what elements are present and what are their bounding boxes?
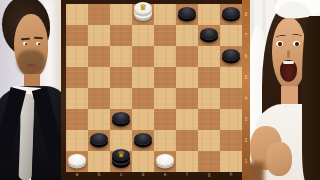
- black-man[interactable]: [200, 28, 218, 40]
- board-square[interactable]: [176, 25, 198, 46]
- bride-photo: [250, 0, 320, 180]
- table-edge-blur: [250, 162, 264, 180]
- rank-label: 4: [242, 88, 250, 109]
- board-square[interactable]: [132, 88, 154, 109]
- rank-label: 5: [242, 67, 250, 88]
- bride-hair-front: [302, 16, 320, 180]
- board-square[interactable]: [198, 151, 220, 172]
- board-square[interactable]: [220, 151, 242, 172]
- file-label: h: [220, 171, 242, 180]
- board-square[interactable]: [66, 4, 88, 25]
- white-king[interactable]: ♛: [134, 2, 152, 14]
- board-square[interactable]: [66, 109, 88, 130]
- rank-label: 6: [242, 46, 250, 67]
- board-square[interactable]: [176, 130, 198, 151]
- board-square[interactable]: [176, 109, 198, 130]
- board-square[interactable]: [176, 46, 198, 67]
- white-man[interactable]: [68, 154, 86, 166]
- board-square[interactable]: [220, 25, 242, 46]
- groom-pupil: [25, 43, 27, 45]
- board-square[interactable]: [88, 130, 110, 151]
- board-square[interactable]: [154, 67, 176, 88]
- rank-labels: 87654321: [242, 0, 250, 180]
- board-square[interactable]: [154, 109, 176, 130]
- board-square[interactable]: [198, 25, 220, 46]
- board-square[interactable]: [176, 4, 198, 25]
- board-square[interactable]: [154, 88, 176, 109]
- board-square[interactable]: [176, 151, 198, 172]
- file-label: g: [198, 171, 220, 180]
- board-square[interactable]: [66, 25, 88, 46]
- board-square[interactable]: [198, 130, 220, 151]
- black-king[interactable]: ♛: [112, 149, 130, 161]
- board-square[interactable]: ♛: [132, 4, 154, 25]
- checkers-board: ♛♛ abcdefgh 87654321: [61, 0, 250, 180]
- board-square[interactable]: [176, 67, 198, 88]
- black-man[interactable]: [134, 133, 152, 145]
- rank-label: 7: [242, 25, 250, 46]
- black-man[interactable]: [112, 112, 130, 124]
- rank-label: 3: [242, 109, 250, 130]
- bride-teeth: [283, 61, 294, 64]
- board-grid: ♛♛: [66, 4, 242, 172]
- black-man[interactable]: [222, 7, 240, 19]
- board-square[interactable]: [198, 46, 220, 67]
- board-square[interactable]: [66, 130, 88, 151]
- board-square[interactable]: [110, 4, 132, 25]
- board-square[interactable]: [66, 46, 88, 67]
- board-square[interactable]: [220, 109, 242, 130]
- bride-eye-right: [293, 41, 300, 46]
- board-square[interactable]: [154, 130, 176, 151]
- board-square[interactable]: [132, 67, 154, 88]
- file-label: d: [132, 171, 154, 180]
- board-square[interactable]: [88, 151, 110, 172]
- bride-necklace: [284, 102, 294, 107]
- bride-nose: [287, 50, 290, 58]
- white-man[interactable]: [156, 154, 174, 166]
- board-square[interactable]: [88, 4, 110, 25]
- bride-eye-left: [276, 41, 283, 46]
- board-square[interactable]: [132, 130, 154, 151]
- file-label: a: [66, 171, 88, 180]
- board-square[interactable]: [110, 109, 132, 130]
- black-man[interactable]: [90, 133, 108, 145]
- groom-stubble: [17, 50, 45, 76]
- board-square[interactable]: [110, 25, 132, 46]
- board-square[interactable]: [110, 88, 132, 109]
- board-square[interactable]: [110, 46, 132, 67]
- groom-eye-right: [36, 42, 40, 45]
- board-square[interactable]: [198, 4, 220, 25]
- bride-pupil: [295, 42, 299, 46]
- board-square[interactable]: [66, 67, 88, 88]
- board-square[interactable]: [220, 67, 242, 88]
- groom-eye-left: [23, 42, 27, 45]
- groom-pupil: [38, 43, 40, 45]
- board-square[interactable]: [154, 46, 176, 67]
- crown-icon: ♛: [117, 151, 124, 159]
- board-square[interactable]: [88, 67, 110, 88]
- board-square[interactable]: [220, 88, 242, 109]
- file-labels: abcdefgh: [66, 171, 242, 180]
- bride-pupil: [278, 42, 282, 46]
- board-square[interactable]: [66, 151, 88, 172]
- board-square[interactable]: [66, 88, 88, 109]
- board-square[interactable]: [110, 130, 132, 151]
- rank-label: 8: [242, 4, 250, 25]
- board-square[interactable]: [132, 151, 154, 172]
- crown-icon: ♛: [139, 4, 146, 12]
- board-square[interactable]: [220, 4, 242, 25]
- black-man[interactable]: [222, 49, 240, 61]
- board-square[interactable]: [220, 130, 242, 151]
- screenshot: ♛♛ abcdefgh 87654321: [0, 0, 320, 180]
- board-square[interactable]: [176, 88, 198, 109]
- board-square[interactable]: [198, 109, 220, 130]
- groom-photo: [0, 0, 61, 180]
- rank-label: 2: [242, 130, 250, 151]
- board-square[interactable]: ♛: [110, 151, 132, 172]
- board-square[interactable]: [198, 88, 220, 109]
- rank-label: 1: [242, 151, 250, 172]
- board-square[interactable]: [220, 46, 242, 67]
- board-square[interactable]: [88, 109, 110, 130]
- board-square[interactable]: [132, 25, 154, 46]
- board-square[interactable]: [132, 109, 154, 130]
- board-square[interactable]: [154, 4, 176, 25]
- file-label: f: [176, 171, 198, 180]
- file-label: e: [154, 171, 176, 180]
- board-square[interactable]: [88, 88, 110, 109]
- board-square[interactable]: [154, 25, 176, 46]
- board-square[interactable]: [198, 67, 220, 88]
- file-label: c: [110, 171, 132, 180]
- board-square[interactable]: [88, 46, 110, 67]
- board-square[interactable]: [110, 67, 132, 88]
- groom-mouth: [27, 64, 36, 67]
- file-label: b: [88, 171, 110, 180]
- board-square[interactable]: [88, 25, 110, 46]
- bride-hand: [266, 142, 292, 176]
- black-man[interactable]: [178, 7, 196, 19]
- board-square[interactable]: [132, 46, 154, 67]
- board-square[interactable]: [154, 151, 176, 172]
